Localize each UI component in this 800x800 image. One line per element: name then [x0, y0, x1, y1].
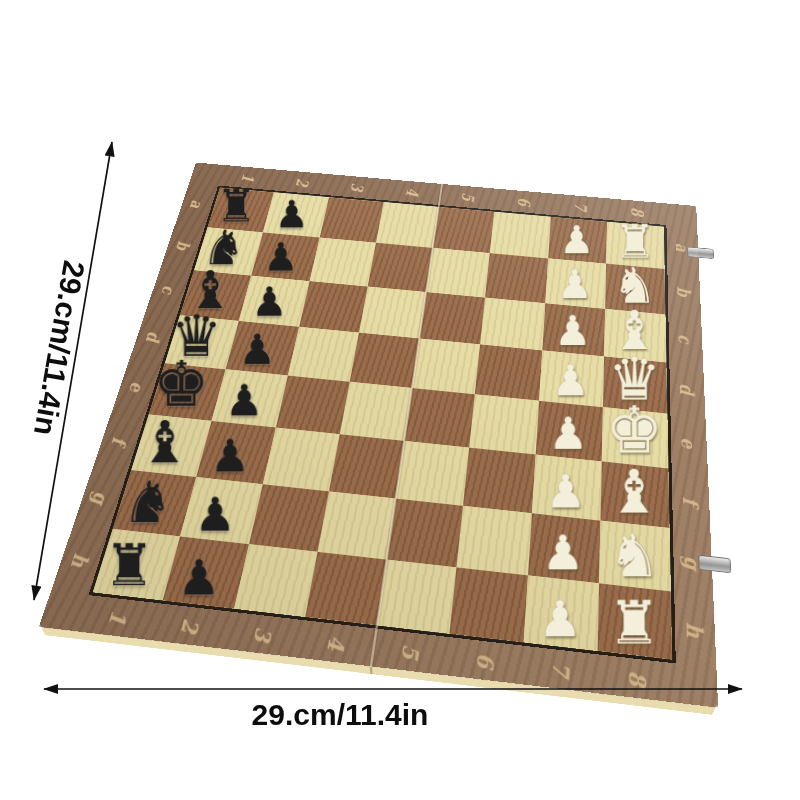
dimension-overlay: [0, 0, 800, 800]
width-dimension-label: 29.cm/11.4in: [190, 698, 490, 732]
